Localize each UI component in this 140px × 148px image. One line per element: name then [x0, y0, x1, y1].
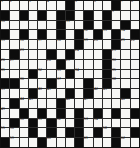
white-cell-r2c4[interactable] — [29, 11, 37, 20]
white-cell-r11c13[interactable] — [112, 99, 120, 108]
white-cell-r8c13[interactable]: 35 — [112, 70, 120, 79]
white-cell-r7c6[interactable]: 28 — [47, 60, 55, 69]
white-cell-r11c4[interactable]: 45 — [29, 99, 37, 108]
white-cell-r7c15[interactable] — [131, 60, 139, 69]
clue-number: 58 — [103, 127, 107, 130]
black-cell-r12c7 — [57, 109, 65, 118]
clue-number: 13 — [103, 29, 107, 32]
white-cell-r3c11[interactable] — [94, 21, 102, 30]
clue-number: 6 — [94, 0, 96, 3]
white-cell-r7c11[interactable] — [94, 60, 102, 69]
white-cell-r5c5[interactable]: 17 — [38, 40, 46, 49]
white-cell-r12c4[interactable] — [29, 109, 37, 118]
white-cell-r1c1[interactable]: 1 — [1, 1, 9, 10]
white-cell-r7c3[interactable] — [20, 60, 28, 69]
white-cell-r6c11[interactable] — [94, 50, 102, 59]
white-cell-r2c11[interactable] — [94, 11, 102, 20]
black-cell-r9c2 — [10, 79, 18, 88]
white-cell-r11c11[interactable] — [94, 99, 102, 108]
black-cell-r12c15 — [131, 109, 139, 118]
black-cell-r2c1 — [1, 11, 9, 20]
white-cell-r13c1[interactable] — [1, 119, 9, 128]
black-cell-r4c11 — [94, 30, 102, 39]
clue-number: 28 — [47, 59, 51, 62]
clue-number: 25 — [112, 49, 116, 52]
white-cell-r11c5[interactable] — [38, 99, 46, 108]
white-cell-r7c8[interactable]: 29 — [66, 60, 74, 69]
clue-number: 7 — [121, 0, 123, 3]
black-cell-r13c2 — [10, 119, 18, 128]
white-cell-r9c11[interactable] — [94, 79, 102, 88]
white-cell-r1c11[interactable]: 6 — [94, 1, 102, 10]
white-cell-r11c9[interactable] — [75, 99, 83, 108]
white-cell-r5c12[interactable] — [103, 40, 111, 49]
black-cell-r14c13 — [112, 128, 120, 137]
white-cell-r3c5[interactable] — [38, 21, 46, 30]
black-cell-r14c8 — [66, 128, 74, 137]
clue-number: 22 — [131, 39, 135, 42]
black-cell-r8c12 — [103, 70, 111, 79]
white-cell-r15c12[interactable] — [103, 138, 111, 147]
white-cell-r1c12[interactable] — [103, 1, 111, 10]
black-cell-r12c3 — [20, 109, 28, 118]
white-cell-r1c10[interactable] — [84, 1, 92, 10]
white-cell-r4c10[interactable]: 12 — [84, 30, 92, 39]
clue-number: 30 — [112, 59, 116, 62]
black-cell-r10c8 — [66, 89, 74, 98]
white-cell-r15c14[interactable]: 62 — [121, 138, 129, 147]
black-cell-r4c15 — [131, 30, 139, 39]
crossword-page: 1234567891011121314151617181920212223242… — [0, 0, 140, 148]
clue-number: 10 — [1, 20, 5, 23]
clue-number: 62 — [121, 137, 125, 140]
black-cell-r14c4 — [29, 128, 37, 137]
black-cell-r9c12 — [103, 79, 111, 88]
black-cell-r2c12 — [103, 11, 111, 20]
white-cell-r5c10[interactable]: 19 — [84, 40, 92, 49]
white-cell-r11c10[interactable]: 47 — [84, 99, 92, 108]
clue-number: 59 — [10, 137, 14, 140]
black-cell-r4c3 — [20, 30, 28, 39]
black-cell-r12c9 — [75, 109, 83, 118]
clue-number: 60 — [47, 137, 51, 140]
white-cell-r10c6[interactable]: 41 — [47, 89, 55, 98]
white-cell-r15c4[interactable] — [29, 138, 37, 147]
black-cell-r15c5 — [38, 138, 46, 147]
black-cell-r14c9 — [75, 128, 83, 137]
white-cell-r1c5[interactable] — [38, 1, 46, 10]
black-cell-r14c11 — [94, 128, 102, 137]
white-cell-r3c2[interactable] — [10, 21, 18, 30]
black-cell-r10c14 — [121, 89, 129, 98]
white-cell-r5c2[interactable] — [10, 40, 18, 49]
clue-number: 48 — [121, 98, 125, 101]
white-cell-r12c14[interactable] — [121, 109, 129, 118]
white-cell-r1c9[interactable]: 5 — [75, 1, 83, 10]
black-cell-r7c7 — [57, 60, 65, 69]
white-cell-r3c3[interactable] — [20, 21, 28, 30]
white-cell-r8c11[interactable] — [94, 70, 102, 79]
white-cell-r4c8[interactable] — [66, 30, 74, 39]
white-cell-r10c7[interactable] — [57, 89, 65, 98]
white-cell-r6c14[interactable] — [121, 50, 129, 59]
black-cell-r14c6 — [47, 128, 55, 137]
white-cell-r7c4[interactable] — [29, 60, 37, 69]
white-cell-r11c3[interactable]: 44 — [20, 99, 28, 108]
white-cell-r6c9[interactable]: 24 — [75, 50, 83, 59]
black-cell-r5c13 — [112, 40, 120, 49]
white-cell-r5c3[interactable]: 16 — [20, 40, 28, 49]
white-cell-r5c11[interactable]: 20 — [94, 40, 102, 49]
clue-number: 14 — [121, 29, 125, 32]
clue-number: 41 — [47, 88, 51, 91]
white-cell-r6c7[interactable] — [57, 50, 65, 59]
black-cell-r9c10 — [84, 79, 92, 88]
white-cell-r10c1[interactable]: 39 — [1, 89, 9, 98]
white-cell-r11c14[interactable]: 48 — [121, 99, 129, 108]
black-cell-r11c7 — [57, 99, 65, 108]
clue-number: 15 — [1, 39, 5, 42]
black-cell-r13c9 — [75, 119, 83, 128]
white-cell-r12c8[interactable] — [66, 109, 74, 118]
clue-number: 55 — [1, 127, 5, 130]
white-cell-r8c2[interactable] — [10, 70, 18, 79]
clue-number: 35 — [112, 69, 116, 72]
white-cell-r5c14[interactable]: 21 — [121, 40, 129, 49]
black-cell-r2c7 — [57, 11, 65, 20]
white-cell-r8c6[interactable] — [47, 70, 55, 79]
black-cell-r13c4 — [29, 119, 37, 128]
white-cell-r15c11[interactable] — [94, 138, 102, 147]
clue-number: 20 — [94, 39, 98, 42]
white-cell-r7c14[interactable] — [121, 60, 129, 69]
clue-number: 19 — [84, 39, 88, 42]
white-cell-r3c8[interactable]: 11 — [66, 21, 74, 30]
white-cell-r8c7[interactable]: 33 — [57, 70, 65, 79]
white-cell-r11c8[interactable]: 46 — [66, 99, 74, 108]
black-cell-r10c10 — [84, 89, 92, 98]
white-cell-r8c1[interactable]: 31 — [1, 70, 9, 79]
white-cell-r6c1[interactable] — [1, 50, 9, 59]
black-cell-r12c13 — [112, 109, 120, 118]
white-cell-r7c5[interactable] — [38, 60, 46, 69]
clue-number: 47 — [84, 98, 88, 101]
white-cell-r11c15[interactable] — [131, 99, 139, 108]
white-cell-r11c12[interactable] — [103, 99, 111, 108]
black-cell-r6c8 — [66, 50, 74, 59]
white-cell-r3c4[interactable] — [29, 21, 37, 30]
clue-number: 51 — [38, 118, 42, 121]
black-cell-r2c5 — [38, 11, 46, 20]
white-cell-r4c12[interactable]: 13 — [103, 30, 111, 39]
white-cell-r5c7[interactable]: 18 — [57, 40, 65, 49]
white-cell-r9c8[interactable] — [66, 79, 74, 88]
white-cell-r7c2[interactable]: 27 — [10, 60, 18, 69]
white-cell-r3c1[interactable]: 10 — [1, 21, 9, 30]
clue-number: 43 — [103, 88, 107, 91]
black-cell-r15c13 — [112, 138, 120, 147]
clue-number: 8 — [131, 0, 133, 3]
clue-number: 50 — [20, 118, 24, 121]
clue-number: 45 — [29, 98, 33, 101]
clue-number: 16 — [20, 39, 24, 42]
clue-number: 46 — [66, 98, 70, 101]
white-cell-r1c15[interactable]: 8 — [131, 1, 139, 10]
white-cell-r2c9[interactable] — [75, 11, 83, 20]
white-cell-r14c1[interactable]: 55 — [1, 128, 9, 137]
white-cell-r6c3[interactable]: 23 — [20, 50, 28, 59]
clue-number: 31 — [1, 69, 5, 72]
white-cell-r15c15[interactable] — [131, 138, 139, 147]
white-cell-r7c1[interactable]: 26 — [1, 60, 9, 69]
white-cell-r5c4[interactable] — [29, 40, 37, 49]
white-cell-r6c5[interactable] — [38, 50, 46, 59]
black-cell-r3c7 — [57, 21, 65, 30]
black-cell-r2c8 — [66, 11, 74, 20]
black-cell-r2c3 — [20, 11, 28, 20]
black-cell-r4c7 — [57, 30, 65, 39]
white-cell-r15c6[interactable]: 60 — [47, 138, 55, 147]
white-cell-r2c2[interactable] — [10, 11, 18, 20]
black-cell-r6c2 — [10, 50, 18, 59]
white-cell-r9c14[interactable] — [121, 79, 129, 88]
clue-number: 26 — [1, 59, 5, 62]
clue-number: 42 — [94, 88, 98, 91]
white-cell-r13c7[interactable]: 52 — [57, 119, 65, 128]
white-cell-r5c6[interactable] — [47, 40, 55, 49]
clue-number: 5 — [75, 0, 77, 3]
clue-number: 11 — [66, 20, 70, 23]
white-cell-r13c15[interactable] — [131, 119, 139, 128]
white-cell-r5c15[interactable]: 22 — [131, 40, 139, 49]
white-cell-r6c10[interactable] — [84, 50, 92, 59]
black-cell-r15c1 — [1, 138, 9, 147]
white-cell-r12c6[interactable] — [47, 109, 55, 118]
white-cell-r14c5[interactable] — [38, 128, 46, 137]
white-cell-r11c1[interactable] — [1, 99, 9, 108]
clue-number: 44 — [20, 98, 24, 101]
white-cell-r13c12[interactable] — [103, 119, 111, 128]
white-cell-r6c4[interactable] — [29, 50, 37, 59]
white-cell-r10c11[interactable]: 42 — [94, 89, 102, 98]
black-cell-r6c6 — [47, 50, 55, 59]
black-cell-r3c14 — [121, 21, 129, 30]
black-cell-r5c9 — [75, 40, 83, 49]
white-cell-r8c15[interactable] — [131, 70, 139, 79]
clue-number: 36 — [20, 78, 24, 81]
white-cell-r8c9[interactable]: 34 — [75, 70, 83, 79]
white-cell-r4c4[interactable] — [29, 30, 37, 39]
black-cell-r15c9 — [75, 138, 83, 147]
white-cell-r2c6[interactable] — [47, 11, 55, 20]
white-cell-r10c13[interactable] — [112, 89, 120, 98]
white-cell-r9c3[interactable]: 36 — [20, 79, 28, 88]
white-cell-r14c14[interactable] — [121, 128, 129, 137]
white-cell-r3c15[interactable] — [131, 21, 139, 30]
black-cell-r12c5 — [38, 109, 46, 118]
clue-number: 49 — [1, 108, 5, 111]
black-cell-r9c6 — [47, 79, 55, 88]
white-cell-r1c4[interactable]: 3 — [29, 1, 37, 10]
white-cell-r13c3[interactable]: 50 — [20, 119, 28, 128]
clue-number: 2 — [10, 0, 12, 3]
black-cell-r3c10 — [84, 21, 92, 30]
clue-number: 9 — [112, 10, 114, 13]
black-cell-r6c12 — [103, 50, 111, 59]
white-cell-r12c1[interactable]: 49 — [1, 109, 9, 118]
clue-number: 61 — [84, 137, 88, 140]
black-cell-r4c1 — [1, 30, 9, 39]
white-cell-r10c15[interactable] — [131, 89, 139, 98]
clue-number: 32 — [38, 69, 42, 72]
white-cell-r1c7[interactable] — [57, 1, 65, 10]
white-cell-r14c10[interactable] — [84, 128, 92, 137]
clue-number: 29 — [66, 59, 70, 62]
white-cell-r10c3[interactable] — [20, 89, 28, 98]
clue-number: 24 — [75, 49, 79, 52]
white-cell-r14c2[interactable]: 56 — [10, 128, 18, 137]
white-cell-r10c5[interactable]: 40 — [38, 89, 46, 98]
white-cell-r8c14[interactable] — [121, 70, 129, 79]
white-cell-r9c13[interactable]: 38 — [112, 79, 120, 88]
white-cell-r10c9[interactable] — [75, 89, 83, 98]
white-cell-r5c8[interactable] — [66, 40, 74, 49]
white-cell-r14c12[interactable]: 58 — [103, 128, 111, 137]
white-cell-r1c2[interactable]: 2 — [10, 1, 18, 10]
black-cell-r12c11 — [94, 109, 102, 118]
white-cell-r15c2[interactable]: 59 — [10, 138, 18, 147]
clue-number: 4 — [47, 0, 49, 3]
white-cell-r12c12[interactable] — [103, 109, 111, 118]
clue-number: 34 — [75, 69, 79, 72]
white-cell-r11c6[interactable] — [47, 99, 55, 108]
black-cell-r4c13 — [112, 30, 120, 39]
black-cell-r7c12 — [103, 60, 111, 69]
crossword-grid: 1234567891011121314151617181920212223242… — [0, 0, 140, 148]
white-cell-r3c9[interactable] — [75, 21, 83, 30]
white-cell-r15c3[interactable] — [20, 138, 28, 147]
white-cell-r5c1[interactable]: 15 — [1, 40, 9, 49]
clue-number: 37 — [57, 78, 61, 81]
white-cell-r6c15[interactable] — [131, 50, 139, 59]
white-cell-r7c10[interactable] — [84, 60, 92, 69]
black-cell-r1c8 — [66, 1, 74, 10]
clue-number: 33 — [57, 69, 61, 72]
clue-number: 21 — [121, 39, 125, 42]
white-cell-r13c5[interactable]: 51 — [38, 119, 46, 128]
white-cell-r1c3[interactable] — [20, 1, 28, 10]
white-cell-r15c10[interactable]: 61 — [84, 138, 92, 147]
black-cell-r10c4 — [29, 89, 37, 98]
white-cell-r4c6[interactable] — [47, 30, 55, 39]
white-cell-r2c13[interactable]: 9 — [112, 11, 120, 20]
black-cell-r8c4 — [29, 70, 37, 79]
white-cell-r6c13[interactable]: 25 — [112, 50, 120, 59]
white-cell-r8c10[interactable] — [84, 70, 92, 79]
white-cell-r9c15[interactable] — [131, 79, 139, 88]
black-cell-r4c5 — [38, 30, 46, 39]
black-cell-r3c12 — [103, 21, 111, 30]
white-cell-r4c14[interactable]: 14 — [121, 30, 129, 39]
white-cell-r15c7[interactable] — [57, 138, 65, 147]
white-cell-r13c14[interactable] — [121, 119, 129, 128]
white-cell-r8c3[interactable] — [20, 70, 28, 79]
clue-number: 39 — [1, 88, 5, 91]
white-cell-r1c14[interactable]: 7 — [121, 1, 129, 10]
white-cell-r2c15[interactable] — [131, 11, 139, 20]
white-cell-r14c7[interactable] — [57, 128, 65, 137]
white-cell-r4c2[interactable] — [10, 30, 18, 39]
black-cell-r4c9 — [75, 30, 83, 39]
white-cell-r3c6[interactable] — [47, 21, 55, 30]
clue-number: 17 — [38, 39, 42, 42]
white-cell-r12c2[interactable] — [10, 109, 18, 118]
black-cell-r2c10 — [84, 11, 92, 20]
white-cell-r1c6[interactable]: 4 — [47, 1, 55, 10]
clue-number: 23 — [20, 49, 24, 52]
white-cell-r14c3[interactable] — [20, 128, 28, 137]
white-cell-r13c8[interactable] — [66, 119, 74, 128]
black-cell-r13c6 — [47, 119, 55, 128]
clue-number: 38 — [112, 78, 116, 81]
clue-number: 54 — [94, 118, 98, 121]
clue-number: 12 — [84, 29, 88, 32]
white-cell-r10c2[interactable] — [10, 89, 18, 98]
white-cell-r7c9[interactable] — [75, 60, 83, 69]
black-cell-r9c1 — [1, 79, 9, 88]
clue-number: 53 — [84, 118, 88, 121]
black-cell-r1c13 — [112, 1, 120, 10]
white-cell-r7c13[interactable]: 30 — [112, 60, 120, 69]
black-cell-r8c8 — [66, 70, 74, 79]
black-cell-r11c2 — [10, 99, 18, 108]
white-cell-r9c4[interactable] — [29, 79, 37, 88]
white-cell-r13c11[interactable]: 54 — [94, 119, 102, 128]
clue-number: 40 — [38, 88, 42, 91]
white-cell-r3c13[interactable] — [112, 21, 120, 30]
clue-number: 56 — [10, 127, 14, 130]
white-cell-r12c10[interactable] — [84, 109, 92, 118]
white-cell-r15c8[interactable] — [66, 138, 74, 147]
clue-number: 18 — [57, 39, 61, 42]
white-cell-r9c5[interactable] — [38, 79, 46, 88]
clue-number: 1 — [1, 0, 3, 3]
clue-number: 52 — [57, 118, 61, 121]
white-cell-r13c10[interactable]: 53 — [84, 119, 92, 128]
white-cell-r2c14[interactable] — [121, 11, 129, 20]
clue-number: 3 — [29, 0, 31, 3]
white-cell-r9c9[interactable] — [75, 79, 83, 88]
white-cell-r10c12[interactable]: 43 — [103, 89, 111, 98]
clue-number: 27 — [10, 59, 14, 62]
white-cell-r9c7[interactable]: 37 — [57, 79, 65, 88]
black-cell-r14c15 — [131, 128, 139, 137]
white-cell-r8c5[interactable]: 32 — [38, 70, 46, 79]
white-cell-r13c13[interactable] — [112, 119, 120, 128]
